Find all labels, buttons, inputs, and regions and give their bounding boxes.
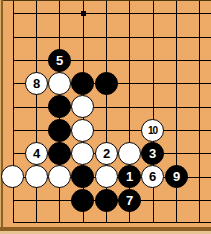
stone-black-c5r4: [95, 72, 118, 95]
grid-vline-9: [199, 1, 200, 223]
stone-black-c3r6: [48, 119, 71, 142]
move-number-label: 4: [33, 147, 40, 160]
move-number-label: 3: [149, 147, 156, 160]
stone-black-c3r5: [48, 95, 71, 118]
move-number-label: 7: [126, 194, 133, 207]
stone-black-c4r4: [71, 72, 94, 95]
stone-white-c4r5: [71, 95, 94, 118]
stone-black-c6r9-move-7: 7: [118, 189, 141, 212]
grid-vline-1: [13, 1, 14, 223]
stone-white-c3r4: [48, 72, 71, 95]
stone-white-c5r8: [95, 165, 118, 188]
grid-hline-1: [13, 13, 211, 14]
stone-white-c4r6: [71, 119, 94, 142]
stone-black-c8r8-move-9: 9: [165, 165, 188, 188]
stone-white-c2r8: [25, 165, 48, 188]
grid-hline-2: [13, 37, 211, 38]
grid-vline-2: [36, 1, 37, 223]
stone-black-c4r9: [71, 189, 94, 212]
grid-hline-3: [13, 60, 211, 61]
stone-black-c4r8: [71, 165, 94, 188]
stone-black-c6r8-move-1: 1: [118, 165, 141, 188]
stone-white-c7r6-move-10: 10: [141, 119, 164, 142]
stone-white-c6r7: [118, 142, 141, 165]
stone-white-c2r7-move-4: 4: [25, 142, 48, 165]
move-number-label: 2: [103, 147, 110, 160]
stone-white-c2r4-move-8: 8: [25, 72, 48, 95]
grid-vline-7: [153, 1, 154, 223]
grid-vline-8: [176, 1, 177, 223]
go-board-diagram: 58104231697: [0, 0, 211, 234]
stone-white-c3r8: [48, 165, 71, 188]
move-number-label: 8: [33, 77, 40, 90]
grid-hline-5: [13, 107, 211, 108]
move-number-label: 1: [126, 170, 133, 183]
stone-white-c7r8-move-6: 6: [141, 165, 164, 188]
stone-white-c5r7-move-2: 2: [95, 142, 118, 165]
stone-white-c1r8: [1, 165, 24, 188]
grid-hline-10: [13, 222, 211, 223]
board-bottom-wood-edge: [0, 227, 211, 234]
move-number-label: 10: [148, 126, 157, 136]
move-number-label: 5: [56, 54, 63, 67]
stone-black-c3r7: [48, 142, 71, 165]
stone-black-c3r3-move-5: 5: [48, 49, 71, 72]
stone-black-c7r7-move-3: 3: [141, 142, 164, 165]
board-left-wood-edge: [0, 0, 3, 234]
stone-black-c5r9: [95, 189, 118, 212]
hoshi-marker: [81, 11, 86, 16]
grid-hline-6: [13, 130, 211, 131]
move-number-label: 9: [173, 170, 180, 183]
stone-white-c4r7: [71, 142, 94, 165]
move-number-label: 6: [149, 170, 156, 183]
